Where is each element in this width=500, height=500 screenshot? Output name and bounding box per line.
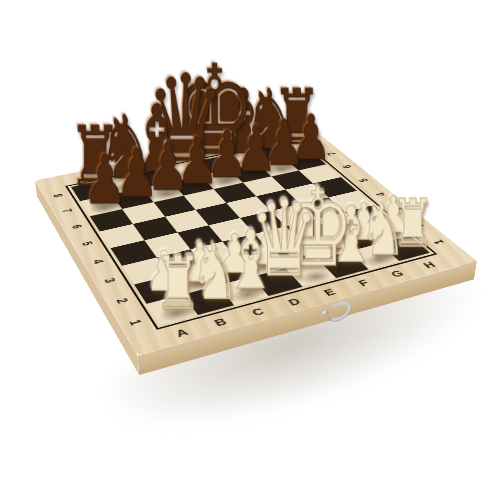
scene: ♜♞♝♛♚♝♞♜♟♟♟♟♟♟♟♟♟♟♟♟♟♟♟♟♜♞♝♛♚♝♞♜ ABCDEFG…	[0, 0, 500, 500]
product-photo-canvas: ♜♞♝♛♚♝♞♜♟♟♟♟♟♟♟♟♟♟♟♟♟♟♟♟♜♞♝♛♚♝♞♜ ABCDEFG…	[0, 0, 500, 500]
rank-label-left-7: 7	[46, 202, 87, 221]
clasp-hook-icon	[329, 299, 352, 323]
chess-board: ♜♞♝♛♚♝♞♜♟♟♟♟♟♟♟♟♟♟♟♟♟♟♟♟♜♞♝♛♚♝♞♜ ABCDEFG…	[35, 126, 477, 356]
clasp-screw-icon	[322, 309, 328, 316]
white-rook-glyph-icon: ♜	[154, 247, 203, 321]
rank-label-left-8: 8	[38, 187, 78, 205]
board-frame: ♜♞♝♛♚♝♞♜♟♟♟♟♟♟♟♟♟♟♟♟♟♟♟♟♜♞♝♛♚♝♞♜ ABCDEFG…	[35, 126, 477, 356]
dark-pawn-glyph-icon: ♟	[83, 146, 127, 213]
